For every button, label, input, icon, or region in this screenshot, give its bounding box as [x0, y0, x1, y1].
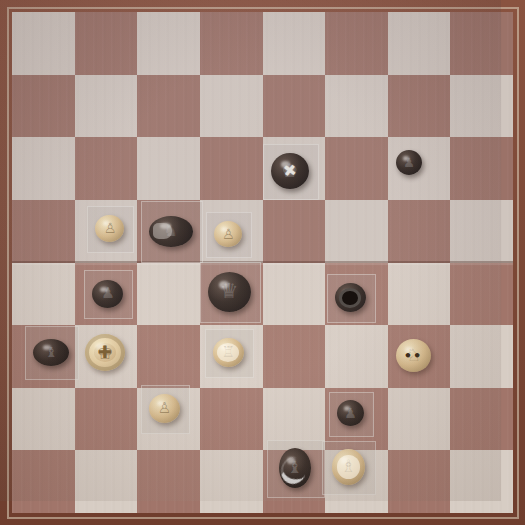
square-d8[interactable] — [200, 12, 263, 75]
piece-black-rook-f4[interactable]: ♜ — [335, 283, 366, 312]
piece-black-king-e6[interactable]: ♚ — [271, 153, 309, 189]
piece-black-pawn-f2[interactable]: ♟ — [337, 400, 364, 426]
square-c8[interactable] — [137, 12, 200, 75]
square-c6[interactable] — [137, 137, 200, 200]
square-e2[interactable] — [263, 388, 326, 451]
x-cross-mark — [271, 153, 309, 189]
piece-black-knight-c5[interactable]: ♞ — [149, 216, 193, 247]
white-pawn-glyph: ♙ — [158, 401, 171, 416]
square-c4[interactable] — [137, 263, 200, 326]
square-a6[interactable] — [12, 137, 75, 200]
slots-mark — [396, 339, 431, 372]
square-a2[interactable] — [12, 388, 75, 451]
square-h3[interactable] — [450, 325, 513, 388]
piece-black-pawn-g6[interactable]: ♟ — [396, 150, 422, 175]
piece-white-pawn-c2[interactable]: ♙ — [149, 394, 180, 423]
square-g2[interactable] — [388, 388, 451, 451]
square-g5[interactable] — [388, 200, 451, 263]
piece-white-king-b3[interactable]: ♔ — [85, 334, 125, 371]
square-h6[interactable] — [450, 137, 513, 200]
piece-black-bishop-e1[interactable]: ♝ — [279, 448, 311, 488]
square-h7[interactable] — [450, 75, 513, 138]
square-a1[interactable] — [12, 450, 75, 513]
square-b7[interactable] — [75, 75, 138, 138]
square-e4[interactable] — [263, 263, 326, 326]
square-e3[interactable] — [263, 325, 326, 388]
piece-black-queen-d4[interactable]: ♛ — [208, 272, 251, 312]
square-f7[interactable] — [325, 75, 388, 138]
square-b2[interactable] — [75, 388, 138, 451]
flat-mark — [213, 338, 244, 367]
square-a7[interactable] — [12, 75, 75, 138]
square-g4[interactable] — [388, 263, 451, 326]
piece-white-pawn-b5[interactable]: ♙ — [95, 215, 124, 242]
square-a5[interactable] — [12, 200, 75, 263]
chessboard-photo: ♚♟♞♙♙♟♛♜♝♔♖♘♙♟♝♗ — [0, 0, 525, 525]
black-pawn-glyph: ♟ — [101, 286, 114, 301]
square-e8[interactable] — [263, 12, 326, 75]
plus-cross-mark — [85, 334, 125, 371]
square-f5[interactable] — [325, 200, 388, 263]
black-pawn-glyph: ♟ — [344, 406, 357, 420]
square-g7[interactable] — [388, 75, 451, 138]
head-mark — [149, 216, 193, 247]
square-a4[interactable] — [12, 263, 75, 326]
square-h4[interactable] — [450, 263, 513, 326]
square-b1[interactable] — [75, 450, 138, 513]
square-f8[interactable] — [325, 12, 388, 75]
square-f6[interactable] — [325, 137, 388, 200]
square-a8[interactable] — [12, 12, 75, 75]
square-b8[interactable] — [75, 12, 138, 75]
collar-mark — [279, 448, 311, 488]
square-e7[interactable] — [263, 75, 326, 138]
square-e5[interactable] — [263, 200, 326, 263]
square-d2[interactable] — [200, 388, 263, 451]
piece-white-bishop-f1[interactable]: ♗ — [332, 449, 365, 485]
square-c7[interactable] — [137, 75, 200, 138]
square-g8[interactable] — [388, 12, 451, 75]
black-queen-glyph: ♛ — [220, 281, 239, 302]
square-b6[interactable] — [75, 137, 138, 200]
square-h2[interactable] — [450, 388, 513, 451]
square-d6[interactable] — [200, 137, 263, 200]
black-pawn-glyph: ♟ — [403, 156, 415, 169]
piece-black-bishop-a3[interactable]: ♝ — [33, 339, 69, 366]
square-c1[interactable] — [137, 450, 200, 513]
black-bishop-glyph: ♝ — [45, 345, 58, 359]
ring-mark — [335, 283, 366, 312]
square-h5[interactable] — [450, 200, 513, 263]
square-d7[interactable] — [200, 75, 263, 138]
white-pawn-glyph: ♙ — [222, 227, 235, 241]
piece-white-knight-g3[interactable]: ♘ — [396, 339, 431, 372]
square-g1[interactable] — [388, 450, 451, 513]
flat-mark — [332, 449, 365, 485]
white-pawn-glyph: ♙ — [104, 221, 117, 235]
square-c3[interactable] — [137, 325, 200, 388]
square-h8[interactable] — [450, 12, 513, 75]
square-h1[interactable] — [450, 450, 513, 513]
square-d1[interactable] — [200, 450, 263, 513]
piece-white-rook-d3[interactable]: ♖ — [213, 338, 244, 367]
board-grid — [12, 12, 513, 513]
square-f3[interactable] — [325, 325, 388, 388]
